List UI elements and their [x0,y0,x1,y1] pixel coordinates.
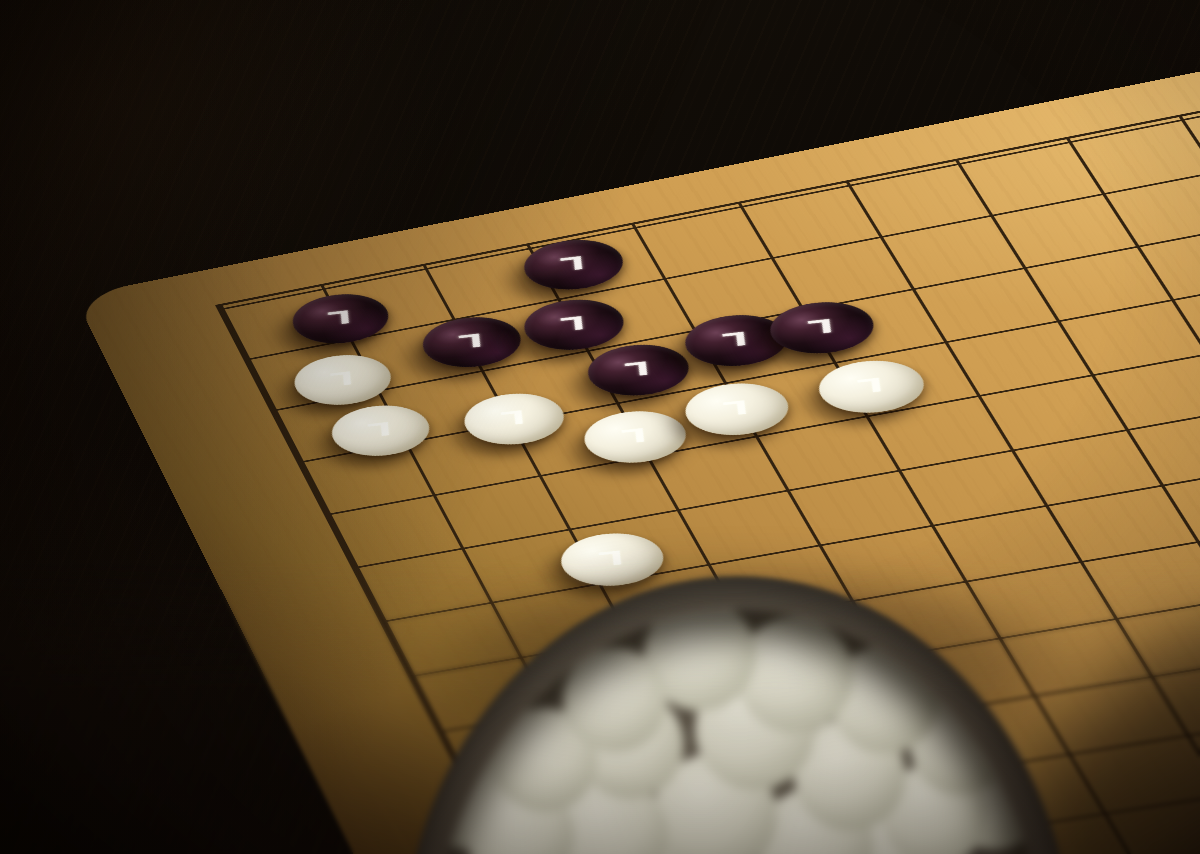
go-photo-scene: LLLLLLLLLLLLLL [0,0,1200,854]
stone-highlight: L [620,425,648,446]
stone-highlight: L [559,253,586,274]
stone-highlight: L [499,407,526,428]
stone-highlight: L [457,330,484,351]
stone-highlight: L [721,329,750,350]
stone-highlight: L [559,313,587,334]
stone-highlight: L [721,397,750,418]
stone-highlight: L [623,358,651,379]
stone-highlight: L [366,419,393,440]
stone-highlight: L [806,316,835,337]
stone-highlight: L [329,368,355,389]
stone-highlight: L [327,307,353,327]
stone-highlight: L [856,374,886,395]
